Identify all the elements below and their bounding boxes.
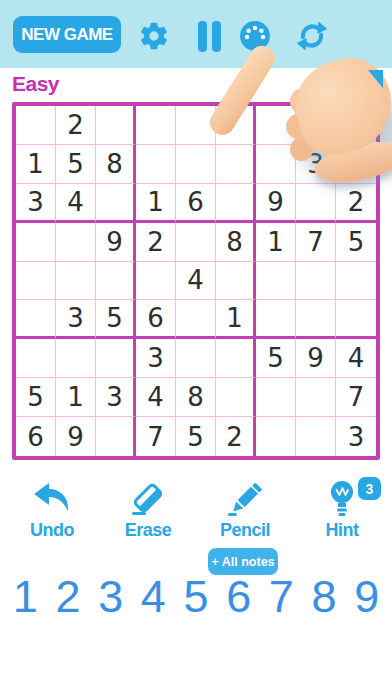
sudoku-cell-r6c7[interactable] [256, 300, 296, 339]
lightbulb-icon [325, 478, 359, 520]
sudoku-cell-r2c3[interactable]: 8 [96, 145, 136, 184]
sudoku-cell-r4c9[interactable]: 5 [336, 223, 376, 262]
sudoku-cell-r2c2[interactable]: 5 [56, 145, 96, 184]
sudoku-cell-r3c6[interactable] [216, 184, 256, 223]
numpad-digit-6[interactable]: 6 [217, 570, 260, 622]
hint-label: Hint [326, 520, 359, 541]
sudoku-cell-r6c1[interactable] [16, 300, 56, 339]
sudoku-cell-r7c4[interactable]: 3 [136, 339, 176, 378]
sudoku-cell-r5c3[interactable] [96, 262, 136, 301]
sudoku-cell-r5c6[interactable] [216, 262, 256, 301]
new-game-button[interactable]: NEW GAME [13, 16, 121, 53]
sudoku-cell-r9c7[interactable] [256, 417, 296, 456]
sudoku-cell-r6c5[interactable] [176, 300, 216, 339]
sudoku-cell-r9c9[interactable]: 3 [336, 417, 376, 456]
sudoku-cell-r6c3[interactable]: 5 [96, 300, 136, 339]
pause-bar [212, 21, 221, 52]
sudoku-cell-r5c4[interactable] [136, 262, 176, 301]
sudoku-cell-r3c5[interactable]: 6 [176, 184, 216, 223]
sudoku-cell-r3c2[interactable]: 4 [56, 184, 96, 223]
sudoku-cell-r9c3[interactable] [96, 417, 136, 456]
sudoku-cell-r5c9[interactable] [336, 262, 376, 301]
hint-count-badge: 3 [358, 477, 381, 500]
numpad-digit-3[interactable]: 3 [89, 570, 132, 622]
sudoku-cell-r3c7[interactable]: 9 [256, 184, 296, 223]
numpad-digit-5[interactable]: 5 [175, 570, 218, 622]
sudoku-cell-r1c3[interactable] [96, 106, 136, 145]
numpad-digit-1[interactable]: 1 [4, 570, 47, 622]
sudoku-cell-r1c4[interactable] [136, 106, 176, 145]
sudoku-cell-r6c6[interactable]: 1 [216, 300, 256, 339]
sudoku-cell-r8c3[interactable]: 3 [96, 378, 136, 417]
eraser-icon [128, 478, 168, 520]
sudoku-cell-r6c4[interactable]: 6 [136, 300, 176, 339]
sudoku-cell-r4c4[interactable]: 2 [136, 223, 176, 262]
sudoku-cell-r7c3[interactable] [96, 339, 136, 378]
numpad-digit-2[interactable]: 2 [47, 570, 90, 622]
sudoku-cell-r4c8[interactable]: 7 [296, 223, 336, 262]
sudoku-cell-r8c6[interactable] [216, 378, 256, 417]
pause-icon[interactable] [198, 21, 222, 52]
sudoku-cell-r4c5[interactable] [176, 223, 216, 262]
sudoku-cell-r5c2[interactable] [56, 262, 96, 301]
refresh-icon[interactable] [296, 20, 328, 52]
sudoku-cell-r1c7[interactable] [256, 106, 296, 145]
sudoku-cell-r1c5[interactable] [176, 106, 216, 145]
sudoku-cell-r4c1[interactable] [16, 223, 56, 262]
top-bar: NEW GAME [0, 0, 392, 68]
palette-icon[interactable] [239, 20, 271, 52]
sudoku-cell-r6c2[interactable]: 3 [56, 300, 96, 339]
sudoku-cell-r8c4[interactable]: 4 [136, 378, 176, 417]
sudoku-cell-r6c9[interactable] [336, 300, 376, 339]
sudoku-cell-r7c7[interactable]: 5 [256, 339, 296, 378]
sudoku-cell-r4c7[interactable]: 1 [256, 223, 296, 262]
numpad-digit-4[interactable]: 4 [132, 570, 175, 622]
sudoku-cell-r2c7[interactable] [256, 145, 296, 184]
number-pad: 123456789 [4, 570, 388, 622]
sudoku-cell-r1c2[interactable]: 2 [56, 106, 96, 145]
undo-icon [30, 478, 74, 520]
numpad-digit-7[interactable]: 7 [260, 570, 303, 622]
sudoku-cell-r8c7[interactable] [256, 378, 296, 417]
sudoku-cell-r1c1[interactable] [16, 106, 56, 145]
sudoku-cell-r9c4[interactable]: 7 [136, 417, 176, 456]
sudoku-cell-r9c1[interactable]: 6 [16, 417, 56, 456]
sudoku-cell-r3c8[interactable] [296, 184, 336, 223]
sudoku-cell-r2c8[interactable]: 3 [296, 145, 336, 184]
moon-icon[interactable] [351, 20, 383, 52]
sudoku-cell-r2c9[interactable] [336, 145, 376, 184]
sudoku-cell-r7c5[interactable] [176, 339, 216, 378]
sudoku-cell-r9c2[interactable]: 9 [56, 417, 96, 456]
sudoku-cell-r1c6[interactable] [216, 106, 256, 145]
sudoku-cell-r7c9[interactable]: 4 [336, 339, 376, 378]
undo-label: Undo [30, 520, 74, 541]
sudoku-cell-r3c3[interactable] [96, 184, 136, 223]
sudoku-cell-r8c8[interactable] [296, 378, 336, 417]
sudoku-cell-r6c8[interactable] [296, 300, 336, 339]
pencil-label: Pencil [220, 520, 270, 541]
erase-button[interactable]: Erase [106, 478, 190, 542]
sudoku-cell-r2c1[interactable]: 1 [16, 145, 56, 184]
sudoku-cell-r5c5[interactable]: 4 [176, 262, 216, 301]
sudoku-grid: 21583341692928175435613594513487697523 [12, 102, 380, 460]
sudoku-cell-r3c4[interactable]: 1 [136, 184, 176, 223]
erase-label: Erase [125, 520, 172, 541]
sudoku-cell-r7c1[interactable] [16, 339, 56, 378]
pause-bar [198, 21, 207, 52]
difficulty-label: Easy [12, 72, 59, 96]
undo-button[interactable]: Undo [10, 478, 94, 542]
sudoku-cell-r9c8[interactable] [296, 417, 336, 456]
numpad-digit-9[interactable]: 9 [345, 570, 388, 622]
sudoku-cell-r5c7[interactable] [256, 262, 296, 301]
sudoku-cell-r5c8[interactable] [296, 262, 336, 301]
sudoku-cell-r4c2[interactable] [56, 223, 96, 262]
sudoku-cell-r1c8[interactable] [296, 106, 336, 145]
numpad-digit-8[interactable]: 8 [303, 570, 346, 622]
sudoku-cell-r7c2[interactable] [56, 339, 96, 378]
sudoku-cell-r9c6[interactable]: 2 [216, 417, 256, 456]
sudoku-cell-r8c5[interactable]: 8 [176, 378, 216, 417]
sudoku-cell-r2c6[interactable] [216, 145, 256, 184]
sudoku-cell-r3c9[interactable]: 2 [336, 184, 376, 223]
sudoku-cell-r5c1[interactable] [16, 262, 56, 301]
sudoku-cell-r4c3[interactable]: 9 [96, 223, 136, 262]
sudoku-cell-r7c6[interactable] [216, 339, 256, 378]
sudoku-cell-r9c5[interactable]: 5 [176, 417, 216, 456]
sudoku-cell-r8c1[interactable]: 5 [16, 378, 56, 417]
bottom-toolbar: Undo Erase Pencil [0, 478, 392, 542]
sudoku-cell-r8c2[interactable]: 1 [56, 378, 96, 417]
sudoku-cell-r7c8[interactable]: 9 [296, 339, 336, 378]
sudoku-cell-r8c9[interactable]: 7 [336, 378, 376, 417]
sudoku-cell-r1c9[interactable] [336, 106, 376, 145]
sudoku-cell-r3c1[interactable]: 3 [16, 184, 56, 223]
gear-icon[interactable] [138, 20, 170, 52]
pencil-button[interactable]: Pencil [203, 478, 287, 542]
hidden-icon-fragment [368, 70, 383, 88]
sudoku-cell-r2c4[interactable] [136, 145, 176, 184]
pencil-icon [225, 478, 265, 520]
sudoku-cell-r4c6[interactable]: 8 [216, 223, 256, 262]
sudoku-cell-r2c5[interactable] [176, 145, 216, 184]
